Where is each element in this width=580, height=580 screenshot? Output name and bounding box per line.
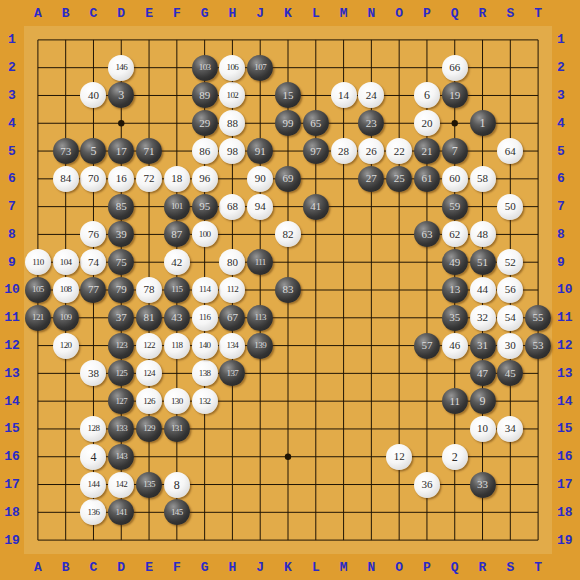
intersection-N6[interactable]: 27 [357,165,385,193]
intersection-G2[interactable]: 103 [191,54,219,82]
intersection-Q5[interactable]: 7 [441,137,469,165]
stone-E5-move-71[interactable]: 71 [136,138,162,164]
stone-A11-move-121[interactable]: 121 [25,305,51,331]
column-labels-bottom: ABCDEFGHJKLMNOPQRST [24,554,552,580]
intersection-P8[interactable]: 63 [413,221,441,249]
intersection-P6[interactable]: 61 [413,165,441,193]
stone-R6-move-58[interactable]: 58 [470,166,496,192]
stone-H10-move-112[interactable]: 112 [219,277,245,303]
intersection-D6[interactable]: 16 [107,165,135,193]
stone-P3-move-6[interactable]: 6 [414,82,440,108]
intersection-G12[interactable]: 140 [191,332,219,360]
stone-C6-move-70[interactable]: 70 [80,166,106,192]
intersection-G11[interactable]: 116 [191,304,219,332]
stone-G8-move-100[interactable]: 100 [192,221,218,247]
intersection-H13[interactable]: 137 [219,359,247,387]
intersection-E6[interactable]: 72 [135,165,163,193]
stone-F10-move-115[interactable]: 115 [164,277,190,303]
intersection-H3[interactable]: 102 [219,82,247,110]
stone-J9-move-111[interactable]: 111 [247,249,273,275]
stone-H7-move-68[interactable]: 68 [219,194,245,220]
move-number: 8 [174,479,180,491]
stone-E17-move-135[interactable]: 135 [136,472,162,498]
stone-R8-move-48[interactable]: 48 [470,221,496,247]
move-number: 43 [171,312,182,323]
intersection-C5[interactable]: 5 [80,137,108,165]
stone-A10-move-105[interactable]: 105 [25,277,51,303]
stone-G11-move-116[interactable]: 116 [192,305,218,331]
stone-D9-move-75[interactable]: 75 [108,249,134,275]
stone-C17-move-144[interactable]: 144 [80,472,106,498]
stone-Q5-move-7[interactable]: 7 [442,138,468,164]
stone-C13-move-38[interactable]: 38 [80,360,106,386]
intersection-B10[interactable]: 108 [52,276,80,304]
col-label-G: G [191,554,219,580]
stone-E15-move-129[interactable]: 129 [136,416,162,442]
intersection-F9[interactable]: 42 [163,248,191,276]
stone-F18-move-145[interactable]: 145 [164,499,190,525]
stone-C9-move-74[interactable]: 74 [80,249,106,275]
stone-J2-move-107[interactable]: 107 [247,55,273,81]
stone-A9-move-110[interactable]: 110 [25,249,51,275]
stone-E6-move-72[interactable]: 72 [136,166,162,192]
stone-D11-move-37[interactable]: 37 [108,305,134,331]
intersection-R10[interactable]: 44 [469,276,497,304]
intersection-C15[interactable]: 128 [80,415,108,443]
stone-S12-move-30[interactable]: 30 [497,333,523,359]
intersection-D14[interactable]: 127 [107,387,135,415]
stone-H9-move-80[interactable]: 80 [219,249,245,275]
intersection-G8[interactable]: 100 [191,221,219,249]
intersection-S10[interactable]: 56 [496,276,524,304]
stone-P17-move-36[interactable]: 36 [414,472,440,498]
stone-S5-move-64[interactable]: 64 [497,138,523,164]
intersection-Q14[interactable]: 11 [441,387,469,415]
stone-M5-move-28[interactable]: 28 [331,138,357,164]
stone-Q9-move-49[interactable]: 49 [442,249,468,275]
stone-P12-move-57[interactable]: 57 [414,333,440,359]
intersection-C17[interactable]: 144 [80,471,108,499]
intersection-H12[interactable]: 134 [219,332,247,360]
intersection-Q9[interactable]: 49 [441,248,469,276]
intersection-D13[interactable]: 125 [107,359,135,387]
stone-F8-move-87[interactable]: 87 [164,221,190,247]
stone-N6-move-27[interactable]: 27 [358,166,384,192]
stone-F7-move-101[interactable]: 101 [164,194,190,220]
stone-Q7-move-59[interactable]: 59 [442,194,468,220]
stone-E10-move-78[interactable]: 78 [136,277,162,303]
stone-O16-move-12[interactable]: 12 [386,444,412,470]
intersection-R6[interactable]: 58 [469,165,497,193]
stone-O5-move-22[interactable]: 22 [386,138,412,164]
intersection-C16[interactable]: 4 [80,443,108,471]
stone-J7-move-94[interactable]: 94 [247,194,273,220]
stone-Q12-move-46[interactable]: 46 [442,333,468,359]
intersection-C18[interactable]: 136 [80,498,108,526]
stone-R14-move-9[interactable]: 9 [470,388,496,414]
stone-R13-move-47[interactable]: 47 [470,360,496,386]
stone-D5-move-17[interactable]: 17 [108,138,134,164]
intersection-C6[interactable]: 70 [80,165,108,193]
intersection-D3[interactable]: 3 [107,82,135,110]
intersection-J7[interactable]: 94 [246,193,274,221]
stone-K8-move-82[interactable]: 82 [275,221,301,247]
stone-J12-move-139[interactable]: 139 [247,333,273,359]
stone-G14-move-132[interactable]: 132 [192,388,218,414]
stone-D8-move-39[interactable]: 39 [108,221,134,247]
intersection-H2[interactable]: 106 [219,54,247,82]
intersection-B5[interactable]: 73 [52,137,80,165]
intersection-G14[interactable]: 132 [191,387,219,415]
intersection-D8[interactable]: 39 [107,221,135,249]
stone-G7-move-95[interactable]: 95 [192,194,218,220]
intersection-J12[interactable]: 139 [246,332,274,360]
stone-Q2-move-66[interactable]: 66 [442,55,468,81]
intersection-E12[interactable]: 122 [135,332,163,360]
stone-D2-move-146[interactable]: 146 [108,55,134,81]
intersection-Q12[interactable]: 46 [441,332,469,360]
stone-Q6-move-60[interactable]: 60 [442,166,468,192]
intersection-R15[interactable]: 10 [469,415,497,443]
stone-D10-move-79[interactable]: 79 [108,277,134,303]
intersection-R17[interactable]: 33 [469,471,497,499]
stone-M3-move-14[interactable]: 14 [331,82,357,108]
intersection-S9[interactable]: 52 [496,248,524,276]
move-number: 84 [60,173,71,184]
stone-F14-move-130[interactable]: 130 [164,388,190,414]
intersection-F17[interactable]: 8 [163,471,191,499]
stone-G12-move-140[interactable]: 140 [192,333,218,359]
intersection-Q3[interactable]: 19 [441,82,469,110]
stone-D14-move-127[interactable]: 127 [108,388,134,414]
stone-B6-move-84[interactable]: 84 [53,166,79,192]
intersection-O6[interactable]: 25 [385,165,413,193]
stone-N3-move-24[interactable]: 24 [358,82,384,108]
intersection-N4[interactable]: 23 [357,109,385,137]
intersection-Q7[interactable]: 59 [441,193,469,221]
intersection-Q16[interactable]: 2 [441,443,469,471]
stone-C3-move-40[interactable]: 40 [80,82,106,108]
stone-F15-move-131[interactable]: 131 [164,416,190,442]
stone-D3-move-3[interactable]: 3 [108,82,134,108]
intersection-R8[interactable]: 48 [469,221,497,249]
move-number: 112 [227,285,238,294]
intersection-S12[interactable]: 30 [496,332,524,360]
intersection-D2[interactable]: 146 [107,54,135,82]
intersection-H4[interactable]: 88 [219,109,247,137]
move-number: 124 [143,369,155,378]
intersection-N3[interactable]: 24 [357,82,385,110]
stone-D15-move-133[interactable]: 133 [108,416,134,442]
intersection-S15[interactable]: 34 [496,415,524,443]
stone-P5-move-21[interactable]: 21 [414,138,440,164]
row-label-2: 2 [0,54,24,82]
stone-S13-move-45[interactable]: 45 [497,360,523,386]
stone-C8-move-76[interactable]: 76 [80,221,106,247]
stone-B10-move-108[interactable]: 108 [53,277,79,303]
intersection-R14[interactable]: 9 [469,387,497,415]
stone-K10-move-83[interactable]: 83 [275,277,301,303]
intersection-D12[interactable]: 123 [107,332,135,360]
intersection-F8[interactable]: 87 [163,221,191,249]
stone-D6-move-16[interactable]: 16 [108,166,134,192]
intersection-R11[interactable]: 32 [469,304,497,332]
intersection-J11[interactable]: 113 [246,304,274,332]
intersection-C8[interactable]: 76 [80,221,108,249]
stone-J6-move-90[interactable]: 90 [247,166,273,192]
intersection-M5[interactable]: 28 [330,137,358,165]
stone-Q3-move-19[interactable]: 19 [442,82,468,108]
intersection-G4[interactable]: 29 [191,109,219,137]
intersection-C13[interactable]: 38 [80,359,108,387]
intersection-S11[interactable]: 54 [496,304,524,332]
intersection-K4[interactable]: 99 [274,109,302,137]
intersection-N5[interactable]: 26 [357,137,385,165]
stone-Q16-move-2[interactable]: 2 [442,444,468,470]
intersection-E13[interactable]: 124 [135,359,163,387]
stone-D12-move-123[interactable]: 123 [108,333,134,359]
move-number: 2 [452,451,458,463]
stone-N4-move-23[interactable]: 23 [358,110,384,136]
intersection-Q11[interactable]: 35 [441,304,469,332]
intersection-C9[interactable]: 74 [80,248,108,276]
intersection-B12[interactable]: 120 [52,332,80,360]
stone-P6-move-61[interactable]: 61 [414,166,440,192]
intersection-Q8[interactable]: 62 [441,221,469,249]
stone-H11-move-67[interactable]: 67 [219,305,245,331]
stone-Q11-move-35[interactable]: 35 [442,305,468,331]
stone-D7-move-85[interactable]: 85 [108,194,134,220]
stone-R4-move-1[interactable]: 1 [470,110,496,136]
intersection-F12[interactable]: 118 [163,332,191,360]
stone-T12-move-53[interactable]: 53 [525,333,551,359]
stone-T11-move-55[interactable]: 55 [525,305,551,331]
intersection-D16[interactable]: 143 [107,443,135,471]
stone-G6-move-96[interactable]: 96 [192,166,218,192]
stone-N5-move-26[interactable]: 26 [358,138,384,164]
intersection-G5[interactable]: 86 [191,137,219,165]
stone-G10-move-114[interactable]: 114 [192,277,218,303]
stone-R10-move-44[interactable]: 44 [470,277,496,303]
intersection-M3[interactable]: 14 [330,82,358,110]
intersection-E5[interactable]: 71 [135,137,163,165]
stone-G3-move-89[interactable]: 89 [192,82,218,108]
intersection-E10[interactable]: 78 [135,276,163,304]
intersection-P5[interactable]: 21 [413,137,441,165]
intersection-F14[interactable]: 130 [163,387,191,415]
stone-R11-move-32[interactable]: 32 [470,305,496,331]
stone-F11-move-43[interactable]: 43 [164,305,190,331]
intersection-D15[interactable]: 133 [107,415,135,443]
stone-F6-move-18[interactable]: 18 [164,166,190,192]
stone-L4-move-65[interactable]: 65 [303,110,329,136]
stone-H13-move-137[interactable]: 137 [219,360,245,386]
intersection-J2[interactable]: 107 [246,54,274,82]
intersection-F6[interactable]: 18 [163,165,191,193]
stone-J11-move-113[interactable]: 113 [247,305,273,331]
stone-H5-move-98[interactable]: 98 [219,138,245,164]
stone-D18-move-141[interactable]: 141 [108,499,134,525]
intersection-K10[interactable]: 83 [274,276,302,304]
intersection-P4[interactable]: 20 [413,109,441,137]
intersection-G7[interactable]: 95 [191,193,219,221]
intersection-P12[interactable]: 57 [413,332,441,360]
go-board[interactable]: 1234567891011121314151617181920212223242… [24,26,552,554]
intersection-H11[interactable]: 67 [219,304,247,332]
stone-S11-move-54[interactable]: 54 [497,305,523,331]
stone-Q10-move-13[interactable]: 13 [442,277,468,303]
stone-E14-move-126[interactable]: 126 [136,388,162,414]
stone-E11-move-81[interactable]: 81 [136,305,162,331]
stone-Q8-move-62[interactable]: 62 [442,221,468,247]
stone-K6-move-69[interactable]: 69 [275,166,301,192]
row-label-11: 11 [0,304,24,332]
intersection-A9[interactable]: 110 [24,248,52,276]
stone-P8-move-63[interactable]: 63 [414,221,440,247]
intersection-F18[interactable]: 145 [163,498,191,526]
stone-E12-move-122[interactable]: 122 [136,333,162,359]
intersection-S13[interactable]: 45 [496,359,524,387]
intersection-A11[interactable]: 121 [24,304,52,332]
move-number: 53 [533,340,544,351]
intersection-L7[interactable]: 41 [302,193,330,221]
intersection-H5[interactable]: 98 [219,137,247,165]
intersection-R4[interactable]: 1 [469,109,497,137]
stone-L5-move-97[interactable]: 97 [303,138,329,164]
intersection-K8[interactable]: 82 [274,221,302,249]
intersection-H10[interactable]: 112 [219,276,247,304]
stone-F12-move-118[interactable]: 118 [164,333,190,359]
intersection-A10[interactable]: 105 [24,276,52,304]
stone-C10-move-77[interactable]: 77 [80,277,106,303]
intersection-G3[interactable]: 89 [191,82,219,110]
intersection-C3[interactable]: 40 [80,82,108,110]
intersection-F11[interactable]: 43 [163,304,191,332]
move-number: 122 [143,341,155,350]
intersection-D11[interactable]: 37 [107,304,135,332]
stone-C15-move-128[interactable]: 128 [80,416,106,442]
intersection-O16[interactable]: 12 [385,443,413,471]
stone-B9-move-104[interactable]: 104 [53,249,79,275]
intersection-L5[interactable]: 97 [302,137,330,165]
row-label-1: 1 [552,26,580,54]
intersection-D7[interactable]: 85 [107,193,135,221]
intersection-T12[interactable]: 53 [524,332,552,360]
intersection-F7[interactable]: 101 [163,193,191,221]
intersection-H9[interactable]: 80 [219,248,247,276]
intersection-B11[interactable]: 109 [52,304,80,332]
stone-S9-move-52[interactable]: 52 [497,249,523,275]
stone-P4-move-20[interactable]: 20 [414,110,440,136]
stone-B5-move-73[interactable]: 73 [53,138,79,164]
stone-K4-move-99[interactable]: 99 [275,110,301,136]
stone-G13-move-138[interactable]: 138 [192,360,218,386]
stone-D16-move-143[interactable]: 143 [108,444,134,470]
stone-R17-move-33[interactable]: 33 [470,472,496,498]
intersection-K6[interactable]: 69 [274,165,302,193]
stone-E13-move-124[interactable]: 124 [136,360,162,386]
stone-K3-move-15[interactable]: 15 [275,82,301,108]
stone-H3-move-102[interactable]: 102 [219,82,245,108]
stone-O6-move-25[interactable]: 25 [386,166,412,192]
stone-C5-move-5[interactable]: 5 [80,138,106,164]
intersection-Q6[interactable]: 60 [441,165,469,193]
intersection-C10[interactable]: 77 [80,276,108,304]
stone-B11-move-109[interactable]: 109 [53,305,79,331]
stone-S7-move-50[interactable]: 50 [497,194,523,220]
intersection-T11[interactable]: 55 [524,304,552,332]
intersection-B9[interactable]: 104 [52,248,80,276]
stone-S15-move-34[interactable]: 34 [497,416,523,442]
intersection-E11[interactable]: 81 [135,304,163,332]
stone-C18-move-136[interactable]: 136 [80,499,106,525]
stone-G5-move-86[interactable]: 86 [192,138,218,164]
intersection-O5[interactable]: 22 [385,137,413,165]
intersection-J9[interactable]: 111 [246,248,274,276]
intersection-F15[interactable]: 131 [163,415,191,443]
intersection-E15[interactable]: 129 [135,415,163,443]
intersection-G6[interactable]: 96 [191,165,219,193]
stone-L7-move-41[interactable]: 41 [303,194,329,220]
intersection-D5[interactable]: 17 [107,137,135,165]
stone-G4-move-29[interactable]: 29 [192,110,218,136]
intersection-G13[interactable]: 138 [191,359,219,387]
stone-H12-move-134[interactable]: 134 [219,333,245,359]
intersection-R12[interactable]: 31 [469,332,497,360]
stone-Q14-move-11[interactable]: 11 [442,388,468,414]
intersection-P3[interactable]: 6 [413,82,441,110]
move-number: 58 [477,173,488,184]
intersection-E14[interactable]: 126 [135,387,163,415]
intersection-Q10[interactable]: 13 [441,276,469,304]
stone-G2-move-103[interactable]: 103 [192,55,218,81]
stone-R15-move-10[interactable]: 10 [470,416,496,442]
intersection-D17[interactable]: 142 [107,471,135,499]
stone-H2-move-106[interactable]: 106 [219,55,245,81]
stone-S10-move-56[interactable]: 56 [497,277,523,303]
intersection-E17[interactable]: 135 [135,471,163,499]
stone-H4-move-88[interactable]: 88 [219,110,245,136]
intersection-J6[interactable]: 90 [246,165,274,193]
stone-F17-move-8[interactable]: 8 [164,472,190,498]
intersection-L4[interactable]: 65 [302,109,330,137]
intersection-D9[interactable]: 75 [107,248,135,276]
intersection-D18[interactable]: 141 [107,498,135,526]
intersection-K3[interactable]: 15 [274,82,302,110]
intersection-S7[interactable]: 50 [496,193,524,221]
intersection-H7[interactable]: 68 [219,193,247,221]
intersection-Q2[interactable]: 66 [441,54,469,82]
stone-R9-move-51[interactable]: 51 [470,249,496,275]
stone-F9-move-42[interactable]: 42 [164,249,190,275]
intersection-D10[interactable]: 79 [107,276,135,304]
intersection-J5[interactable]: 91 [246,137,274,165]
intersection-F10[interactable]: 115 [163,276,191,304]
stone-J5-move-91[interactable]: 91 [247,138,273,164]
stone-C16-move-4[interactable]: 4 [80,444,106,470]
stone-D13-move-125[interactable]: 125 [108,360,134,386]
intersection-B6[interactable]: 84 [52,165,80,193]
intersection-G10[interactable]: 114 [191,276,219,304]
intersection-P17[interactable]: 36 [413,471,441,499]
stones-layer: 1234567891011121314151617181920212223242… [24,26,552,554]
stone-R12-move-31[interactable]: 31 [470,333,496,359]
stone-B12-move-120[interactable]: 120 [53,333,79,359]
intersection-R13[interactable]: 47 [469,359,497,387]
intersection-R9[interactable]: 51 [469,248,497,276]
intersection-S5[interactable]: 64 [496,137,524,165]
stone-D17-move-142[interactable]: 142 [108,472,134,498]
